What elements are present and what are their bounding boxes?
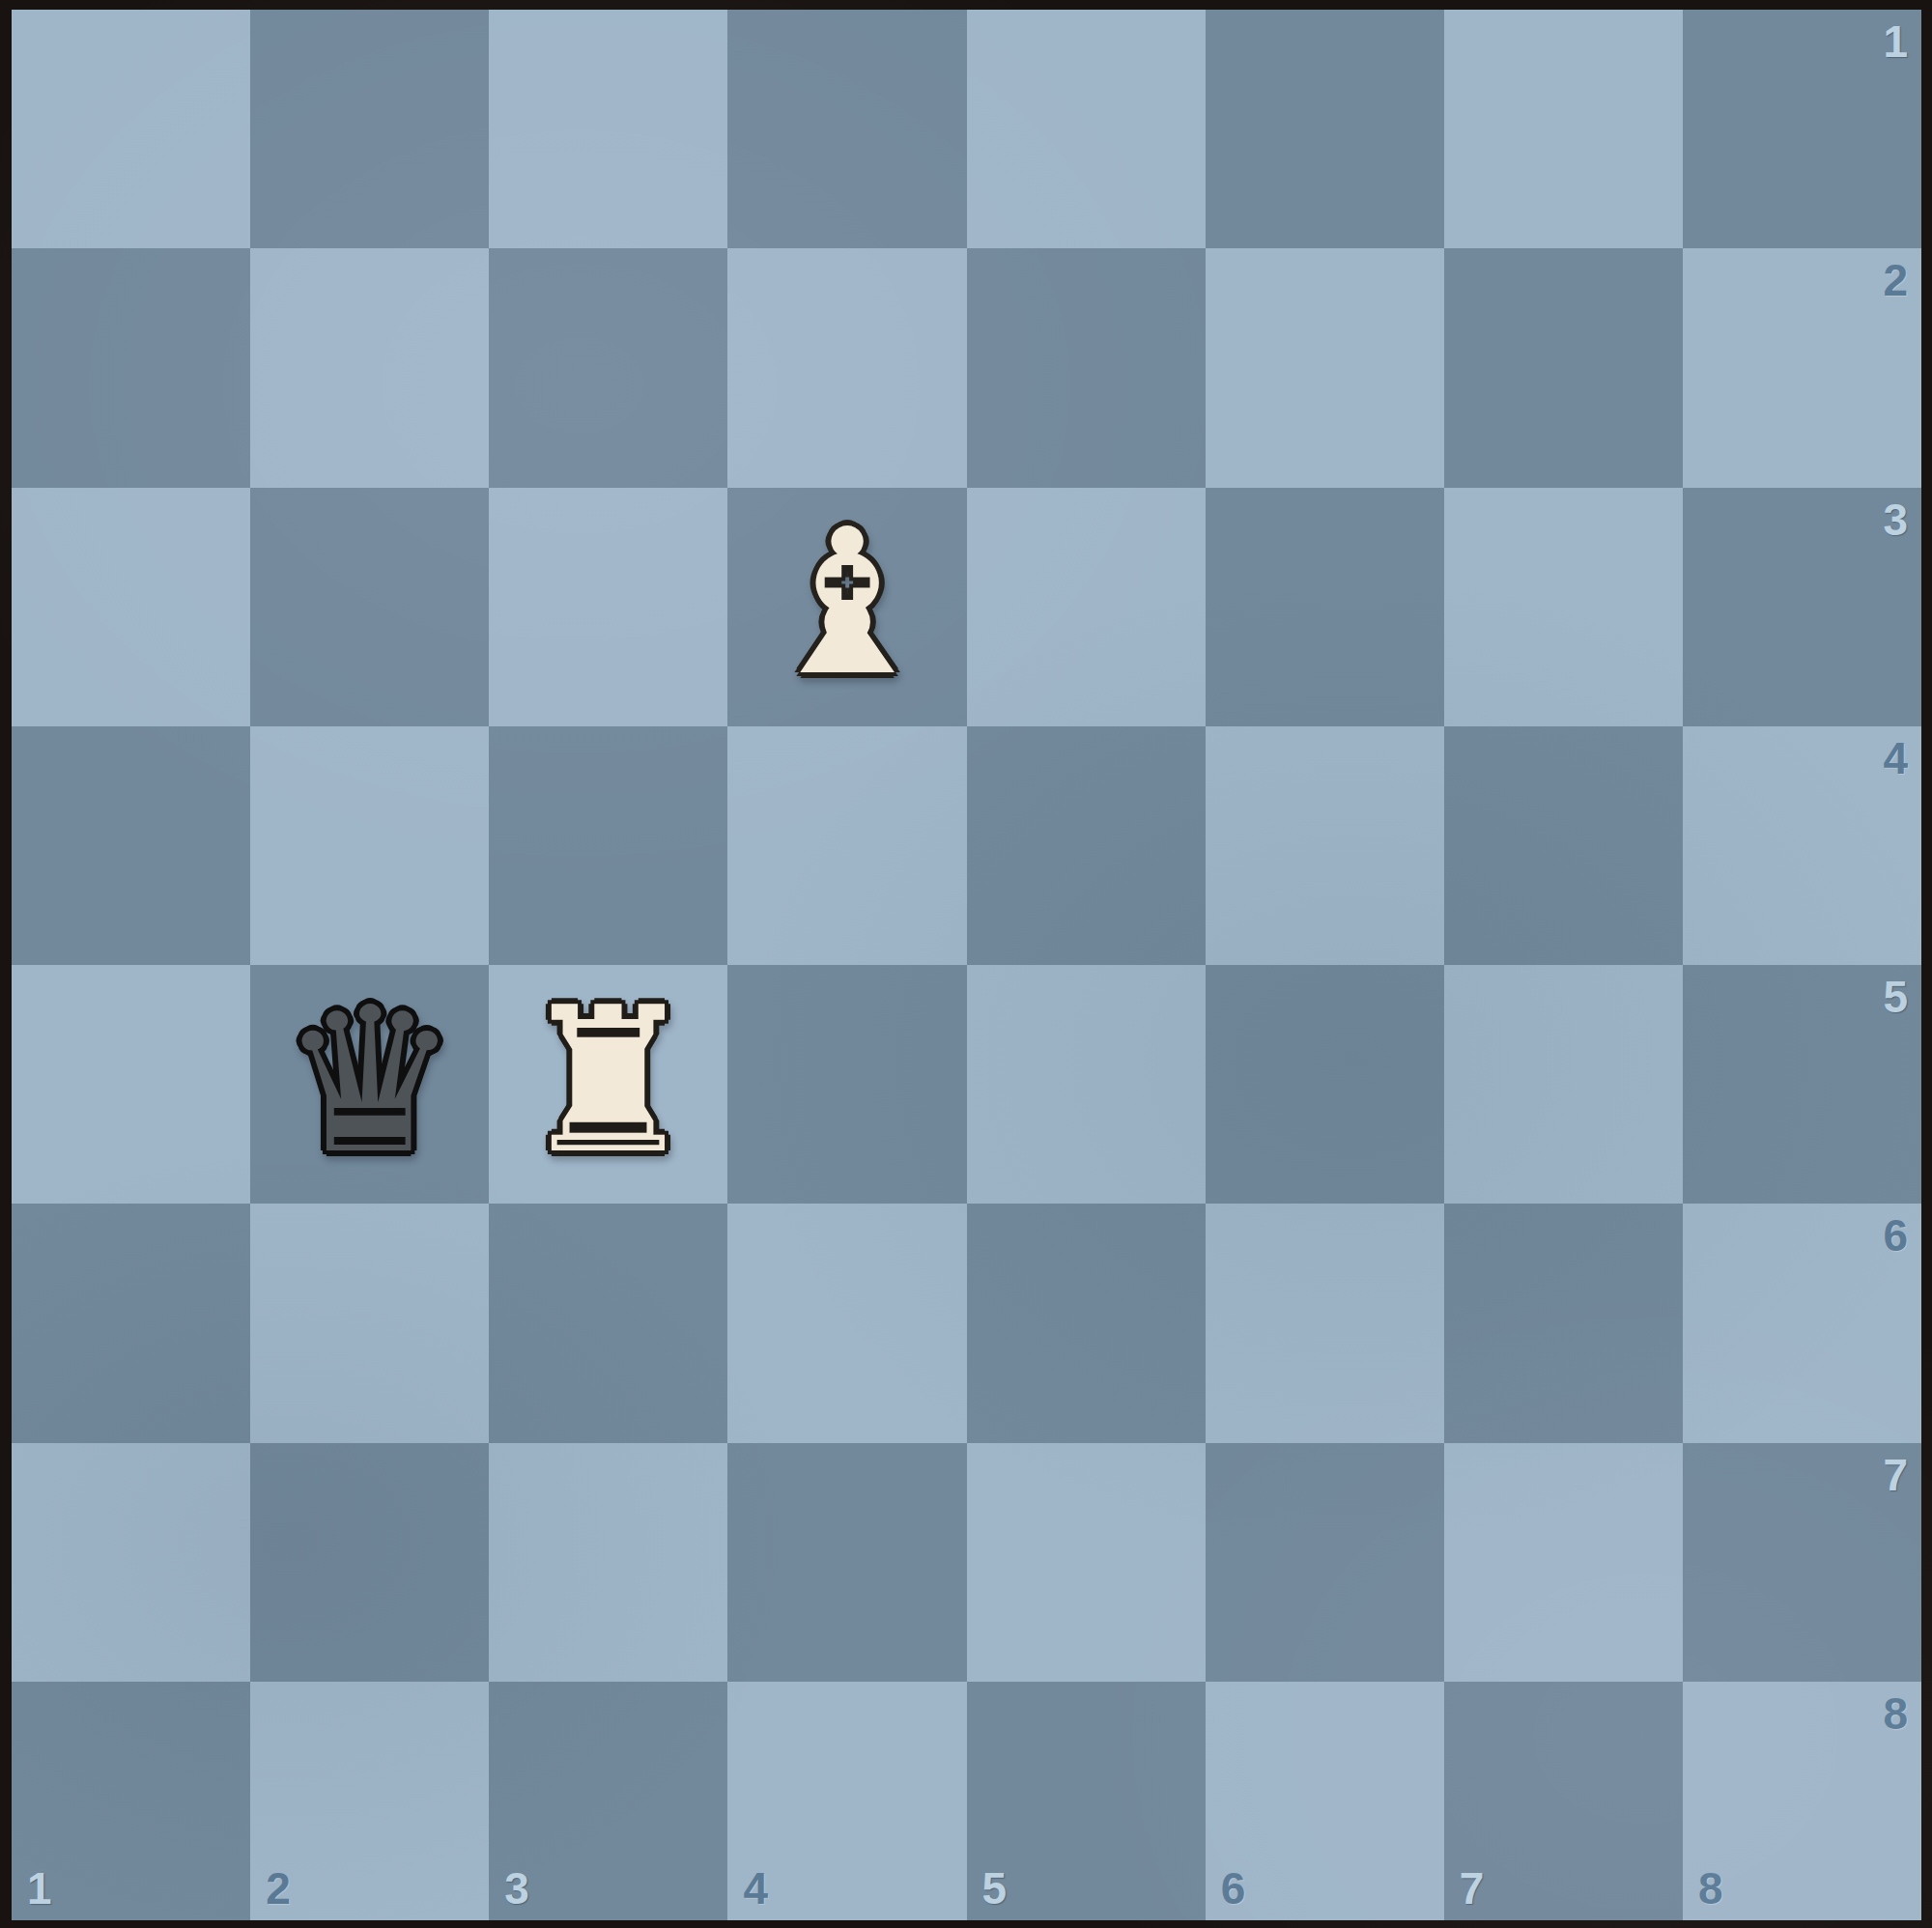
square-7-3[interactable] <box>1444 488 1683 726</box>
square-6-5[interactable] <box>1206 965 1444 1204</box>
square-2-5[interactable]: ♛ <box>250 965 489 1204</box>
square-1-5[interactable] <box>12 965 250 1204</box>
square-4-2[interactable] <box>727 248 966 487</box>
square-5-6[interactable] <box>967 1204 1206 1442</box>
square-3-6[interactable] <box>489 1204 727 1442</box>
rank-label-8: 8 <box>1883 1691 1908 1736</box>
square-7-1[interactable] <box>1444 10 1683 248</box>
square-2-6[interactable] <box>250 1204 489 1442</box>
file-label-2: 2 <box>266 1866 291 1911</box>
square-6-6[interactable] <box>1206 1204 1444 1442</box>
square-6-1[interactable] <box>1206 10 1444 248</box>
square-5-1[interactable] <box>967 10 1206 248</box>
board-frame: 12♝34♛♜567123456788 <box>0 0 1932 1928</box>
square-8-4[interactable]: 4 <box>1683 726 1921 965</box>
file-label-3: 3 <box>504 1866 529 1911</box>
square-3-5[interactable]: ♜ <box>489 965 727 1204</box>
square-3-1[interactable] <box>489 10 727 248</box>
square-2-2[interactable] <box>250 248 489 487</box>
square-1-7[interactable] <box>12 1443 250 1682</box>
square-5-8[interactable]: 5 <box>967 1682 1206 1920</box>
file-label-5: 5 <box>982 1866 1008 1911</box>
rank-label-4: 4 <box>1883 736 1908 780</box>
square-7-4[interactable] <box>1444 726 1683 965</box>
rank-label-5: 5 <box>1883 975 1908 1019</box>
square-3-8[interactable]: 3 <box>489 1682 727 1920</box>
square-7-6[interactable] <box>1444 1204 1683 1442</box>
square-8-2[interactable]: 2 <box>1683 248 1921 487</box>
square-6-8[interactable]: 6 <box>1206 1682 1444 1920</box>
square-5-2[interactable] <box>967 248 1206 487</box>
file-label-4: 4 <box>743 1866 768 1911</box>
square-1-2[interactable] <box>12 248 250 487</box>
square-1-1[interactable] <box>12 10 250 248</box>
rank-label-3: 3 <box>1883 497 1908 542</box>
rank-label-7: 7 <box>1883 1453 1908 1497</box>
file-label-8: 8 <box>1698 1866 1723 1911</box>
square-6-7[interactable] <box>1206 1443 1444 1682</box>
square-6-4[interactable] <box>1206 726 1444 965</box>
square-4-4[interactable] <box>727 726 966 965</box>
square-1-4[interactable] <box>12 726 250 965</box>
black-queen[interactable]: ♛ <box>279 980 459 1181</box>
square-4-7[interactable] <box>727 1443 966 1682</box>
square-1-8[interactable]: 1 <box>12 1682 250 1920</box>
square-5-7[interactable] <box>967 1443 1206 1682</box>
square-1-6[interactable] <box>12 1204 250 1442</box>
file-label-7: 7 <box>1460 1866 1485 1911</box>
rank-label-2: 2 <box>1883 258 1908 302</box>
square-3-7[interactable] <box>489 1443 727 1682</box>
square-1-3[interactable] <box>12 488 250 726</box>
square-8-3[interactable]: 3 <box>1683 488 1921 726</box>
square-2-7[interactable] <box>250 1443 489 1682</box>
square-6-3[interactable] <box>1206 488 1444 726</box>
square-3-3[interactable] <box>489 488 727 726</box>
square-4-6[interactable] <box>727 1204 966 1442</box>
square-2-8[interactable]: 2 <box>250 1682 489 1920</box>
square-2-4[interactable] <box>250 726 489 965</box>
white-rook[interactable]: ♜ <box>519 980 698 1181</box>
square-4-1[interactable] <box>727 10 966 248</box>
square-4-3[interactable]: ♝ <box>727 488 966 726</box>
white-bishop[interactable]: ♝ <box>757 502 937 703</box>
square-5-5[interactable] <box>967 965 1206 1204</box>
square-7-2[interactable] <box>1444 248 1683 487</box>
rank-label-6: 6 <box>1883 1213 1908 1258</box>
square-6-2[interactable] <box>1206 248 1444 487</box>
square-5-3[interactable] <box>967 488 1206 726</box>
square-2-1[interactable] <box>250 10 489 248</box>
square-8-7[interactable]: 7 <box>1683 1443 1921 1682</box>
square-3-2[interactable] <box>489 248 727 487</box>
square-4-8[interactable]: 4 <box>727 1682 966 1920</box>
chess-board: 12♝34♛♜567123456788 <box>12 10 1921 1920</box>
file-label-1: 1 <box>27 1866 52 1911</box>
square-8-5[interactable]: 5 <box>1683 965 1921 1204</box>
square-3-4[interactable] <box>489 726 727 965</box>
square-7-5[interactable] <box>1444 965 1683 1204</box>
square-8-8[interactable]: 88 <box>1683 1682 1921 1920</box>
square-8-6[interactable]: 6 <box>1683 1204 1921 1442</box>
square-7-7[interactable] <box>1444 1443 1683 1682</box>
square-7-8[interactable]: 7 <box>1444 1682 1683 1920</box>
file-label-6: 6 <box>1221 1866 1246 1911</box>
square-5-4[interactable] <box>967 726 1206 965</box>
square-4-5[interactable] <box>727 965 966 1204</box>
rank-label-1: 1 <box>1883 19 1908 64</box>
square-2-3[interactable] <box>250 488 489 726</box>
square-8-1[interactable]: 1 <box>1683 10 1921 248</box>
